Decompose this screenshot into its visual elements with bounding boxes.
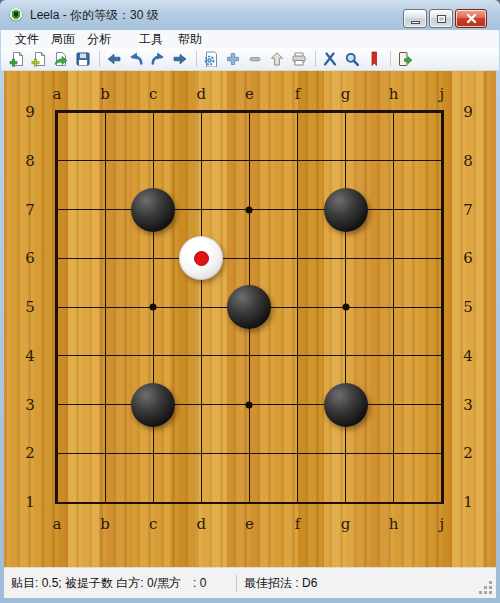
coord-label: 6 <box>25 249 35 267</box>
app-icon <box>9 8 23 22</box>
coord-label: 8 <box>463 152 473 170</box>
resize-grip[interactable] <box>489 591 492 594</box>
exit-button[interactable] <box>395 49 415 69</box>
minimize-button[interactable] <box>403 9 427 28</box>
new-rated-game-button[interactable] <box>29 49 49 69</box>
coord-label: 7 <box>463 201 473 219</box>
status-komi-captures: 贴目: 0.5; 被提子数 白方: 0/黑方 : 0 <box>4 575 236 592</box>
coord-label: g <box>341 85 351 103</box>
undo-button[interactable] <box>126 49 146 69</box>
menu-file[interactable]: 文件 <box>9 29 45 50</box>
star-point <box>150 304 157 311</box>
star-point <box>246 401 253 408</box>
page-plus-green-icon <box>9 51 25 67</box>
coord-label: b <box>100 85 110 103</box>
go-to-end-button[interactable] <box>170 49 190 69</box>
redo-button[interactable] <box>148 49 168 69</box>
coord-label: e <box>245 515 254 533</box>
bookmark-icon <box>366 51 382 67</box>
open-file-button[interactable] <box>51 49 71 69</box>
coord-label: c <box>149 515 157 533</box>
coord-label: 9 <box>463 103 473 121</box>
coord-label: 8 <box>25 152 35 170</box>
magnifier-icon <box>344 51 360 67</box>
coord-label: 2 <box>463 444 473 462</box>
menu-analysis[interactable]: 分析 <box>81 29 117 50</box>
black-stone <box>131 383 175 427</box>
open-file-icon <box>53 51 69 67</box>
coord-label: e <box>245 85 254 103</box>
minimize-icon <box>411 21 420 24</box>
coord-label: 2 <box>25 444 35 462</box>
coord-label: h <box>389 85 399 103</box>
save-button[interactable] <box>73 49 93 69</box>
page-plus-yellow-icon <box>31 51 47 67</box>
window-controls <box>401 9 487 28</box>
maximize-icon <box>437 15 446 23</box>
coord-label: 6 <box>463 249 473 267</box>
menu-tools[interactable]: 工具 <box>133 29 169 50</box>
black-stone <box>324 188 368 232</box>
analyze-button[interactable] <box>342 49 362 69</box>
coord-label: d <box>196 515 206 533</box>
coord-label: 5 <box>25 298 35 316</box>
add-button[interactable] <box>223 49 243 69</box>
close-icon <box>466 13 477 24</box>
bookmark-button[interactable] <box>364 49 384 69</box>
menu-help[interactable]: 帮助 <box>172 29 208 50</box>
coord-label: b <box>100 515 110 533</box>
coord-label: j <box>439 515 444 533</box>
plus-icon <box>225 51 241 67</box>
status-best-move: 最佳招法 : D6 <box>236 575 496 592</box>
pass-button[interactable] <box>267 49 287 69</box>
arrow-up-icon <box>269 51 285 67</box>
last-move-marker <box>194 251 209 266</box>
toolbar-separator <box>390 51 391 67</box>
coord-label: 9 <box>25 103 35 121</box>
coord-label: 5 <box>463 298 473 316</box>
minus-icon <box>247 51 263 67</box>
exit-door-icon <box>397 51 413 67</box>
score-estimate-button[interactable] <box>201 49 221 69</box>
coord-label: a <box>53 85 62 103</box>
coord-label: h <box>389 515 399 533</box>
coord-label: a <box>53 515 62 533</box>
coord-label: 1 <box>463 493 473 511</box>
count-button[interactable] <box>289 49 309 69</box>
coord-label: d <box>196 85 206 103</box>
toolbar-separator <box>196 51 197 67</box>
coord-label: j <box>439 85 444 103</box>
page-gear-icon <box>203 51 219 67</box>
arrow-left-icon <box>106 51 122 67</box>
coord-label: 4 <box>25 347 35 365</box>
coord-label: 3 <box>463 396 473 414</box>
app-window: Leela - 你的等级：30 级 文件 局面 分析 工具 帮助 <box>0 0 500 603</box>
coord-label: 4 <box>463 347 473 365</box>
maximize-button[interactable] <box>429 9 453 28</box>
toolbar-separator <box>99 51 100 67</box>
star-point <box>246 206 253 213</box>
coord-label: g <box>341 515 351 533</box>
black-stone <box>131 188 175 232</box>
coord-label: 3 <box>25 396 35 414</box>
coord-label: f <box>295 515 301 533</box>
black-stone <box>324 383 368 427</box>
save-icon <box>75 51 91 67</box>
printer-icon <box>291 51 307 67</box>
title-bar[interactable]: Leela - 你的等级：30 级 <box>0 0 500 30</box>
cross-icon <box>322 51 338 67</box>
close-button[interactable] <box>455 9 487 28</box>
star-point <box>342 304 349 311</box>
remove-button[interactable] <box>245 49 265 69</box>
black-stone <box>227 285 271 329</box>
coord-label: 7 <box>25 201 35 219</box>
menu-position[interactable]: 局面 <box>45 29 81 50</box>
window-title: Leela - 你的等级：30 级 <box>30 7 159 24</box>
go-to-start-button[interactable] <box>104 49 124 69</box>
redo-icon <box>150 51 166 67</box>
white-stone <box>179 236 223 280</box>
coord-label: f <box>295 85 301 103</box>
arrow-right-icon <box>172 51 188 67</box>
toolbar-separator <box>315 51 316 67</box>
status-bar: 贴目: 0.5; 被提子数 白方: 0/黑方 : 0 最佳招法 : D6 <box>4 567 496 598</box>
coord-label: 1 <box>25 493 35 511</box>
coord-label: c <box>149 85 157 103</box>
undo-icon <box>128 51 144 67</box>
new-game-button[interactable] <box>7 49 27 69</box>
resign-button[interactable] <box>320 49 340 69</box>
toolbar <box>1 48 499 71</box>
go-board[interactable]: aabbccddeeffgghhjj998877665544332211 <box>4 71 496 567</box>
menu-bar: 文件 局面 分析 工具 帮助 <box>1 30 499 48</box>
